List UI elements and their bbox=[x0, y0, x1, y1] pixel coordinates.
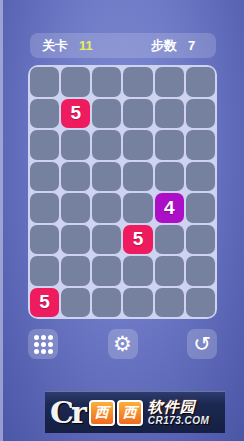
empty-cell-r1c5 bbox=[186, 99, 215, 129]
empty-cell-r6c3 bbox=[123, 256, 152, 286]
site-name: 软件园 bbox=[148, 399, 196, 414]
empty-cell-r3c3 bbox=[123, 162, 152, 192]
empty-cell-r7c5 bbox=[186, 288, 215, 318]
tile-4-r4c4[interactable]: 4 bbox=[155, 193, 184, 223]
grid-dots-icon bbox=[34, 335, 53, 354]
empty-cell-r5c4 bbox=[155, 225, 184, 255]
hud-panel: 关卡 11 步数 7 bbox=[30, 33, 216, 58]
empty-cell-r2c1 bbox=[61, 130, 90, 160]
empty-cell-r7c1 bbox=[61, 288, 90, 318]
empty-cell-r4c3 bbox=[123, 193, 152, 223]
empty-cell-r7c2 bbox=[92, 288, 121, 318]
empty-cell-r2c0 bbox=[30, 130, 59, 160]
steps-counter: 步数 7 bbox=[151, 37, 202, 55]
tile-5-r7c0[interactable]: 5 bbox=[30, 288, 59, 318]
watermark-text-block: 软件园 CR173.COM bbox=[148, 399, 210, 426]
empty-cell-r3c5 bbox=[186, 162, 215, 192]
empty-cell-r6c0 bbox=[30, 256, 59, 286]
empty-cell-r0c1 bbox=[61, 67, 90, 97]
menu-button[interactable] bbox=[28, 329, 58, 359]
empty-cell-r4c5 bbox=[186, 193, 215, 223]
tile-5-r5c3[interactable]: 5 bbox=[123, 225, 152, 255]
empty-cell-r0c5 bbox=[186, 67, 215, 97]
site-domain: CR173.COM bbox=[148, 416, 210, 426]
empty-cell-r6c4 bbox=[155, 256, 184, 286]
level-counter: 关卡 11 bbox=[42, 37, 93, 55]
settings-button[interactable]: ⚙ bbox=[108, 329, 138, 359]
toolbar: ⚙ ↺ bbox=[28, 329, 217, 359]
empty-cell-r5c1 bbox=[61, 225, 90, 255]
empty-cell-r6c1 bbox=[61, 256, 90, 286]
board: 5455 bbox=[28, 65, 217, 319]
steps-label: 步数 bbox=[151, 37, 177, 55]
empty-cell-r2c3 bbox=[123, 130, 152, 160]
empty-cell-r1c2 bbox=[92, 99, 121, 129]
steps-value: 7 bbox=[188, 38, 202, 53]
empty-cell-r3c4 bbox=[155, 162, 184, 192]
empty-cell-r7c4 bbox=[155, 288, 184, 318]
empty-cell-r1c3 bbox=[123, 99, 152, 129]
level-value: 11 bbox=[79, 38, 93, 53]
empty-cell-r2c5 bbox=[186, 130, 215, 160]
empty-cell-r1c4 bbox=[155, 99, 184, 129]
empty-cell-r4c0 bbox=[30, 193, 59, 223]
watermark-banner: Cr 西 西 软件园 CR173.COM bbox=[45, 391, 225, 433]
empty-cell-r6c2 bbox=[92, 256, 121, 286]
empty-cell-r5c5 bbox=[186, 225, 215, 255]
empty-cell-r0c3 bbox=[123, 67, 152, 97]
empty-cell-r5c2 bbox=[92, 225, 121, 255]
xi-tile-2: 西 bbox=[117, 400, 143, 426]
restart-icon: ↺ bbox=[193, 334, 211, 355]
empty-cell-r5c0 bbox=[30, 225, 59, 255]
level-label: 关卡 bbox=[42, 37, 68, 55]
empty-cell-r0c0 bbox=[30, 67, 59, 97]
empty-cell-r0c2 bbox=[92, 67, 121, 97]
empty-cell-r3c0 bbox=[30, 162, 59, 192]
game-screen: 关卡 11 步数 7 5455 ⚙ ↺ Cr 西 西 软件园 CR173.COM bbox=[0, 0, 244, 441]
empty-cell-r6c5 bbox=[186, 256, 215, 286]
empty-cell-r3c1 bbox=[61, 162, 90, 192]
left-edge-highlight bbox=[0, 0, 3, 441]
cr-logo: Cr bbox=[50, 398, 84, 428]
empty-cell-r1c0 bbox=[30, 99, 59, 129]
tile-5-r1c1[interactable]: 5 bbox=[61, 99, 90, 129]
xi-tile-1: 西 bbox=[89, 400, 115, 426]
empty-cell-r3c2 bbox=[92, 162, 121, 192]
empty-cell-r2c4 bbox=[155, 130, 184, 160]
empty-cell-r4c2 bbox=[92, 193, 121, 223]
gear-icon: ⚙ bbox=[113, 334, 132, 355]
empty-cell-r0c4 bbox=[155, 67, 184, 97]
empty-cell-r7c3 bbox=[123, 288, 152, 318]
restart-button[interactable]: ↺ bbox=[187, 329, 217, 359]
empty-cell-r4c1 bbox=[61, 193, 90, 223]
empty-cell-r2c2 bbox=[92, 130, 121, 160]
